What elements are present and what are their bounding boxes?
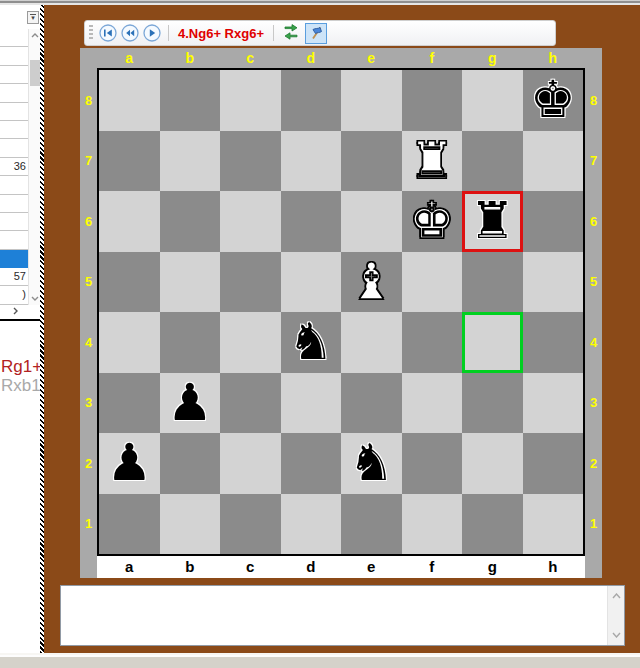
square-a2[interactable]: ♟ [99, 433, 160, 494]
square-g5[interactable] [462, 252, 523, 313]
list-row-12[interactable] [0, 250, 28, 268]
corner-block [585, 556, 602, 578]
square-a3[interactable] [99, 373, 160, 434]
rank-label-5: 5 [585, 252, 602, 313]
scroll-up-icon[interactable] [608, 588, 625, 604]
list-row-0[interactable] [0, 29, 28, 47]
square-c5[interactable] [220, 252, 281, 313]
rank-labels-right: 87654321 [585, 70, 602, 554]
rank-label-7: 7 [585, 131, 602, 192]
chevron-down-icon: ▾ [28, 15, 38, 21]
flag-icon [308, 25, 324, 41]
list-row-8[interactable] [0, 176, 28, 194]
square-c4[interactable] [220, 312, 281, 373]
square-a4[interactable] [99, 312, 160, 373]
file-label-e: e [341, 556, 402, 578]
square-e6[interactable] [341, 191, 402, 252]
square-h2[interactable] [523, 433, 584, 494]
scroll-down-icon[interactable] [608, 627, 625, 643]
file-label-d: d [281, 556, 342, 578]
square-h5[interactable] [523, 252, 584, 313]
rank-label-4: 4 [80, 312, 97, 373]
navigation-toolbar: 4.Ng6+ Rxg6+ [84, 20, 556, 46]
square-a8[interactable] [99, 70, 160, 131]
rank-label-7: 7 [80, 131, 97, 192]
toolbar-separator [273, 25, 274, 41]
square-b8[interactable] [160, 70, 221, 131]
square-f1[interactable] [402, 494, 463, 555]
square-b7[interactable] [160, 131, 221, 192]
square-c7[interactable] [220, 131, 281, 192]
square-g3[interactable] [462, 373, 523, 434]
square-f5[interactable] [402, 252, 463, 313]
piece-br-g6[interactable]: ♜ [469, 191, 515, 251]
square-h1[interactable] [523, 494, 584, 555]
rank-label-1: 1 [585, 494, 602, 555]
board: ♚♜♚♜♝♞♟♟♞ [97, 68, 585, 556]
square-e5[interactable]: ♝ [341, 252, 402, 313]
rank-label-2: 2 [80, 433, 97, 494]
square-d4[interactable]: ♞ [281, 312, 342, 373]
square-e4[interactable] [341, 312, 402, 373]
list-vertical-scrollbar[interactable] [28, 29, 40, 305]
square-b5[interactable] [160, 252, 221, 313]
square-g4[interactable] [462, 312, 523, 373]
rank-label-4: 4 [585, 312, 602, 373]
square-d8[interactable] [281, 70, 342, 131]
list-row-10[interactable] [0, 213, 28, 231]
square-c3[interactable] [220, 373, 281, 434]
square-a5[interactable] [99, 252, 160, 313]
square-g6[interactable]: ♜ [462, 191, 523, 252]
piece-bp-a2[interactable]: ♟ [106, 433, 152, 493]
list-row-14[interactable]: ) [0, 286, 28, 304]
toolbar-grip-handle[interactable] [89, 25, 93, 41]
square-f3[interactable] [402, 373, 463, 434]
square-f7[interactable]: ♜ [402, 131, 463, 192]
toolbar-overflow-button[interactable]: ▾ [27, 11, 39, 24]
bottom-label-strip: abcdefgh [80, 556, 602, 578]
current-move-label: 4.Ng6+ Rxg6+ [176, 26, 266, 41]
board-assembly: abcdefgh 87654321 ♚♜♚♜♝♞♟♟♞ 87654321 abc… [80, 48, 602, 578]
square-d2[interactable] [281, 433, 342, 494]
square-f6[interactable]: ♚ [402, 191, 463, 252]
flag-toggle-button[interactable] [305, 23, 327, 44]
solution-move-1[interactable]: Rxb1 [1, 376, 40, 395]
list-row-5[interactable] [0, 121, 28, 139]
file-label-h: h [523, 48, 584, 68]
square-e7[interactable] [341, 131, 402, 192]
piece-bn-d4[interactable]: ♞ [288, 312, 334, 372]
comment-box [60, 585, 625, 646]
file-label-f: f [402, 48, 463, 68]
file-label-f: f [402, 556, 463, 578]
rewind-icon [121, 24, 139, 42]
square-d7[interactable] [281, 131, 342, 192]
scrollbar-thumb[interactable] [30, 60, 40, 86]
square-e8[interactable] [341, 70, 402, 131]
square-g8[interactable] [462, 70, 523, 131]
rank-label-2: 2 [585, 433, 602, 494]
file-label-g: g [462, 556, 523, 578]
square-h8[interactable]: ♚ [523, 70, 584, 131]
rank-label-3: 3 [80, 373, 97, 434]
square-d5[interactable] [281, 252, 342, 313]
square-g2[interactable] [462, 433, 523, 494]
move-list: 3657) [0, 29, 28, 305]
corner-block [80, 556, 97, 578]
square-e2[interactable]: ♞ [341, 433, 402, 494]
piece-bn-e2[interactable]: ♞ [348, 433, 394, 493]
piece-wk-f6[interactable]: ♚ [409, 191, 455, 251]
file-label-c: c [220, 48, 281, 68]
list-row-4[interactable] [0, 103, 28, 121]
go-to-start-button[interactable] [99, 24, 117, 42]
file-labels-bottom: abcdefgh [99, 556, 583, 578]
square-h4[interactable] [523, 312, 584, 373]
file-label-c: c [220, 556, 281, 578]
piece-bk-h8[interactable]: ♚ [530, 70, 576, 130]
rank-label-6: 6 [80, 191, 97, 252]
square-b2[interactable] [160, 433, 221, 494]
square-a1[interactable] [99, 494, 160, 555]
file-labels-top: abcdefgh [99, 48, 583, 68]
swap-arrows-icon [282, 23, 300, 41]
step-back-button[interactable] [121, 24, 139, 42]
list-row-1[interactable] [0, 47, 28, 65]
rank-labels-left: 87654321 [80, 70, 97, 554]
square-h7[interactable] [523, 131, 584, 192]
square-b1[interactable] [160, 494, 221, 555]
file-label-g: g [462, 48, 523, 68]
list-row-3[interactable] [0, 84, 28, 102]
square-c8[interactable] [220, 70, 281, 131]
square-c2[interactable] [220, 433, 281, 494]
solution-move-0[interactable]: Rg1+ [1, 357, 40, 376]
square-e3[interactable] [341, 373, 402, 434]
rank-label-1: 1 [80, 494, 97, 555]
square-b3[interactable]: ♟ [160, 373, 221, 434]
app-window: ▾ 3657) Rg1+Rxb1 [0, 0, 640, 668]
rank-label-8: 8 [585, 70, 602, 131]
square-d6[interactable] [281, 191, 342, 252]
comment-input[interactable] [61, 586, 607, 645]
piece-bp-b3[interactable]: ♟ [167, 373, 213, 433]
file-label-e: e [341, 48, 402, 68]
list-row-11[interactable] [0, 231, 28, 249]
skip-to-start-icon [99, 24, 117, 42]
square-g7[interactable] [462, 131, 523, 192]
toolbar-separator [168, 25, 169, 41]
list-row-9[interactable] [0, 195, 28, 213]
file-label-d: d [281, 48, 342, 68]
play-icon [143, 24, 161, 42]
list-bottom-border [0, 319, 40, 321]
square-c6[interactable] [220, 191, 281, 252]
square-b4[interactable] [160, 312, 221, 373]
square-h6[interactable] [523, 191, 584, 252]
list-row-2[interactable] [0, 66, 28, 84]
square-c1[interactable] [220, 494, 281, 555]
square-a6[interactable] [99, 191, 160, 252]
list-row-7[interactable]: 36 [0, 158, 28, 176]
square-f4[interactable] [402, 312, 463, 373]
square-f8[interactable] [402, 70, 463, 131]
status-strip [0, 653, 640, 668]
file-label-a: a [99, 556, 160, 578]
file-label-b: b [160, 48, 221, 68]
solution-moves: Rg1+Rxb1 [1, 357, 40, 395]
square-d1[interactable] [281, 494, 342, 555]
comment-scrollbar[interactable] [607, 586, 624, 645]
rank-label-8: 8 [80, 70, 97, 131]
square-d3[interactable] [281, 373, 342, 434]
square-a7[interactable] [99, 131, 160, 192]
flip-board-button[interactable] [281, 23, 301, 43]
rank-label-6: 6 [585, 191, 602, 252]
piece-wr-f7[interactable]: ♜ [409, 131, 455, 191]
rank-label-3: 3 [585, 373, 602, 434]
step-forward-button[interactable] [143, 24, 161, 42]
file-label-b: b [160, 556, 221, 578]
square-g1[interactable] [462, 494, 523, 555]
piece-wb-e5[interactable]: ♝ [348, 252, 394, 312]
list-row-6[interactable] [0, 139, 28, 157]
scroll-right-icon[interactable] [8, 304, 22, 318]
file-label-a: a [99, 48, 160, 68]
file-label-h: h [523, 556, 584, 578]
list-row-13[interactable]: 57 [0, 268, 28, 286]
rank-label-5: 5 [80, 252, 97, 313]
square-h3[interactable] [523, 373, 584, 434]
square-f2[interactable] [402, 433, 463, 494]
square-e1[interactable] [341, 494, 402, 555]
square-b6[interactable] [160, 191, 221, 252]
left-panel: ▾ 3657) Rg1+Rxb1 [0, 5, 40, 653]
